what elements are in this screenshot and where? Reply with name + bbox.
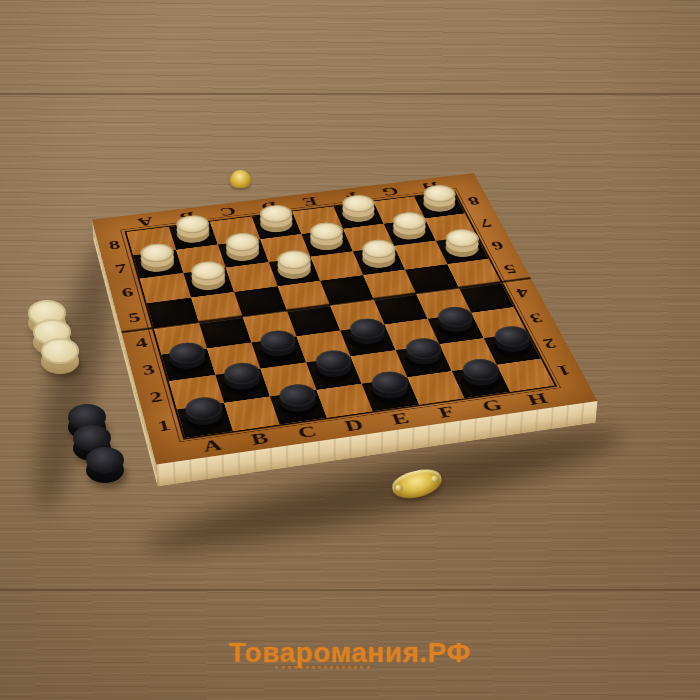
square-a5[interactable] xyxy=(147,297,199,328)
offboard-white-piece-3[interactable] xyxy=(41,338,79,374)
piece-top xyxy=(41,338,79,364)
square-f5[interactable] xyxy=(363,269,416,299)
piece-black-h2[interactable] xyxy=(490,336,534,361)
offboard-black-piece-3[interactable] xyxy=(86,447,124,483)
square-b5[interactable] xyxy=(191,292,243,323)
brass-hinge-knob xyxy=(230,170,251,188)
table-plank-seam xyxy=(0,93,700,95)
checkers-board: ABCDEFGHABCDEFGH8765432187654321 xyxy=(92,173,597,464)
piece-black-d2[interactable] xyxy=(312,360,355,385)
piece-black-c3[interactable] xyxy=(258,340,300,365)
piece-white-f8[interactable] xyxy=(339,205,378,226)
table-plank-seam xyxy=(0,589,700,591)
watermark: Товаромания.РФ xyxy=(229,637,471,669)
watermark-dots xyxy=(275,666,370,669)
piece-black-g1[interactable] xyxy=(459,369,503,395)
piece-top xyxy=(86,447,124,473)
